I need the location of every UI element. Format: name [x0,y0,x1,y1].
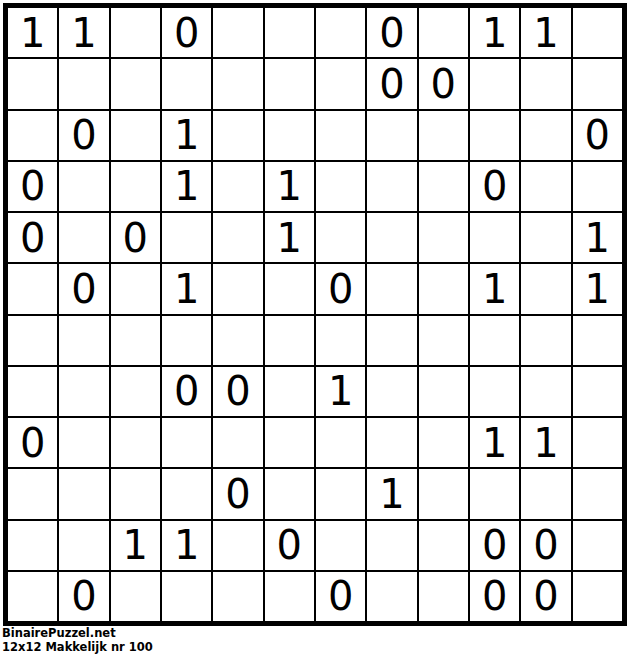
cell-r9c10: 1 [469,417,520,468]
cell-r11c1[interactable] [7,520,58,571]
cell-r1c8: 0 [366,7,417,58]
cell-r2c6[interactable] [264,58,315,109]
cell-r4c9[interactable] [418,161,469,212]
cell-r3c3[interactable] [110,110,161,161]
cell-r5c5[interactable] [212,212,263,263]
cell-r10c8: 1 [366,468,417,519]
cell-r5c9[interactable] [418,212,469,263]
cell-r8c8[interactable] [366,366,417,417]
cell-r2c1[interactable] [7,58,58,109]
cell-r11c7[interactable] [315,520,366,571]
cell-r2c11[interactable] [520,58,571,109]
cell-r5c12: 1 [572,212,623,263]
cell-r11c4: 1 [161,520,212,571]
cell-r11c10: 0 [469,520,520,571]
cell-r12c8[interactable] [366,571,417,622]
cell-r3c1[interactable] [7,110,58,161]
cell-r1c1: 1 [7,7,58,58]
cell-r4c2[interactable] [58,161,109,212]
cell-r6c10: 1 [469,263,520,314]
cell-r10c7[interactable] [315,468,366,519]
cell-r4c3[interactable] [110,161,161,212]
cell-r7c7[interactable] [315,315,366,366]
site-name: BinairePuzzel.net [2,627,153,641]
cell-r5c1: 0 [7,212,58,263]
cell-r12c5[interactable] [212,571,263,622]
cell-r2c3[interactable] [110,58,161,109]
cell-r9c12[interactable] [572,417,623,468]
cell-r9c9[interactable] [418,417,469,468]
cell-r3c8[interactable] [366,110,417,161]
cell-r9c2[interactable] [58,417,109,468]
cell-r6c8[interactable] [366,263,417,314]
cell-r8c4: 0 [161,366,212,417]
cell-r7c8[interactable] [366,315,417,366]
binairo-board: 1100110001001100011010110010110111000000… [3,3,627,626]
cell-r11c11: 0 [520,520,571,571]
cell-r11c5[interactable] [212,520,263,571]
cell-r2c7[interactable] [315,58,366,109]
cell-r4c7[interactable] [315,161,366,212]
cell-r2c10[interactable] [469,58,520,109]
cell-r5c8[interactable] [366,212,417,263]
cell-r11c12[interactable] [572,520,623,571]
cell-r12c11: 0 [520,571,571,622]
cell-r2c4[interactable] [161,58,212,109]
cell-r1c3[interactable] [110,7,161,58]
board-footer: BinairePuzzel.net 12x12 Makkelijk nr 100 [2,627,153,654]
cell-r8c5: 0 [212,366,263,417]
cell-r6c11[interactable] [520,263,571,314]
cell-r6c1[interactable] [7,263,58,314]
cell-r1c9[interactable] [418,7,469,58]
cell-r4c11[interactable] [520,161,571,212]
cell-r8c10[interactable] [469,366,520,417]
cell-r10c5: 0 [212,468,263,519]
cell-r9c5[interactable] [212,417,263,468]
cell-r7c12[interactable] [572,315,623,366]
cell-r11c3: 1 [110,520,161,571]
cell-r1c5[interactable] [212,7,263,58]
cell-r5c10[interactable] [469,212,520,263]
cell-r4c4: 1 [161,161,212,212]
puzzle-title: 12x12 Makkelijk nr 100 [2,641,153,655]
cell-r5c7[interactable] [315,212,366,263]
cell-r6c4: 1 [161,263,212,314]
cell-r12c10: 0 [469,571,520,622]
cell-r7c6[interactable] [264,315,315,366]
cell-r8c3[interactable] [110,366,161,417]
cell-r10c9[interactable] [418,468,469,519]
cell-r9c1: 0 [7,417,58,468]
cell-r10c11[interactable] [520,468,571,519]
cell-r12c9[interactable] [418,571,469,622]
cell-r7c4[interactable] [161,315,212,366]
cell-r3c2: 0 [58,110,109,161]
cell-r7c2[interactable] [58,315,109,366]
cell-r12c2: 0 [58,571,109,622]
cell-r7c11[interactable] [520,315,571,366]
cell-r6c3[interactable] [110,263,161,314]
cell-r9c4[interactable] [161,417,212,468]
cell-r3c7[interactable] [315,110,366,161]
cell-r8c11[interactable] [520,366,571,417]
cell-r9c11: 1 [520,417,571,468]
cell-r11c6: 0 [264,520,315,571]
cell-r10c1[interactable] [7,468,58,519]
cell-r2c8: 0 [366,58,417,109]
cell-r2c5[interactable] [212,58,263,109]
cell-r4c10: 0 [469,161,520,212]
cell-r5c11[interactable] [520,212,571,263]
cell-r5c4[interactable] [161,212,212,263]
cell-r5c2[interactable] [58,212,109,263]
cell-r8c6[interactable] [264,366,315,417]
cell-r9c3[interactable] [110,417,161,468]
cell-r10c6[interactable] [264,468,315,519]
cell-r7c9[interactable] [418,315,469,366]
cell-r9c7[interactable] [315,417,366,468]
cell-r2c9: 0 [418,58,469,109]
cell-r5c3: 0 [110,212,161,263]
cell-r12c6[interactable] [264,571,315,622]
cell-r3c11[interactable] [520,110,571,161]
cell-r7c1[interactable] [7,315,58,366]
cell-r4c8[interactable] [366,161,417,212]
cell-r12c4[interactable] [161,571,212,622]
cell-r8c12[interactable] [572,366,623,417]
cell-r9c6[interactable] [264,417,315,468]
cell-r1c11: 1 [520,7,571,58]
cell-r10c4[interactable] [161,468,212,519]
cell-r6c7: 0 [315,263,366,314]
cell-r9c8[interactable] [366,417,417,468]
cell-r1c2: 1 [58,7,109,58]
cell-r4c6: 1 [264,161,315,212]
cell-r12c7: 0 [315,571,366,622]
cell-r4c1: 0 [7,161,58,212]
cell-r4c5[interactable] [212,161,263,212]
cell-r7c3[interactable] [110,315,161,366]
cell-r2c2[interactable] [58,58,109,109]
cell-r8c2[interactable] [58,366,109,417]
cell-r1c4: 0 [161,7,212,58]
cell-r6c9[interactable] [418,263,469,314]
cell-r3c9[interactable] [418,110,469,161]
cell-r8c7: 1 [315,366,366,417]
cell-r7c5[interactable] [212,315,263,366]
cell-r4c12[interactable] [572,161,623,212]
cell-r8c9[interactable] [418,366,469,417]
cell-r10c2[interactable] [58,468,109,519]
cell-r6c12: 1 [572,263,623,314]
cell-r1c6[interactable] [264,7,315,58]
cell-r6c6[interactable] [264,263,315,314]
cell-r7c10[interactable] [469,315,520,366]
cell-r3c4: 1 [161,110,212,161]
cell-r11c9[interactable] [418,520,469,571]
cell-r6c2: 0 [58,263,109,314]
cell-r5c6: 1 [264,212,315,263]
cell-r11c2[interactable] [58,520,109,571]
cell-r8c1[interactable] [7,366,58,417]
cell-r2c12[interactable] [572,58,623,109]
cell-r3c6[interactable] [264,110,315,161]
cell-r10c10[interactable] [469,468,520,519]
cell-r3c10[interactable] [469,110,520,161]
cell-r1c7[interactable] [315,7,366,58]
cell-r10c12[interactable] [572,468,623,519]
cell-r10c3[interactable] [110,468,161,519]
cell-r12c1[interactable] [7,571,58,622]
cell-r12c3[interactable] [110,571,161,622]
cell-r12c12[interactable] [572,571,623,622]
cell-r1c12[interactable] [572,7,623,58]
cell-r3c5[interactable] [212,110,263,161]
cell-r6c5[interactable] [212,263,263,314]
cell-r11c8[interactable] [366,520,417,571]
cell-r1c10: 1 [469,7,520,58]
cell-r3c12: 0 [572,110,623,161]
